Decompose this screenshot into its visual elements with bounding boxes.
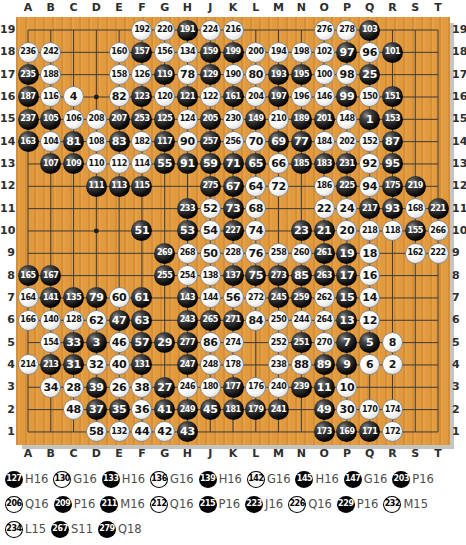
move-number: 99 bbox=[340, 91, 355, 102]
row-label: 9 bbox=[452, 246, 466, 260]
move-number: 239 bbox=[294, 383, 310, 391]
black-stone-T11: 221 bbox=[428, 198, 449, 219]
move-number: 56 bbox=[226, 292, 241, 303]
white-stone-Q9: 18 bbox=[359, 243, 380, 264]
white-stone-J8: 138 bbox=[200, 265, 221, 286]
move-number: 172 bbox=[385, 428, 401, 436]
caption-move: 229P16 bbox=[337, 496, 379, 513]
black-stone-C5: 33 bbox=[63, 332, 84, 353]
move-number: 267 bbox=[52, 525, 68, 533]
row-label: 12 bbox=[0, 179, 15, 193]
row-label: 18 bbox=[452, 45, 466, 59]
white-stone-icon: 234 bbox=[5, 521, 23, 538]
move-number: 146 bbox=[316, 93, 332, 101]
move-number: 103 bbox=[362, 26, 378, 34]
move-number: 160 bbox=[111, 48, 127, 56]
move-number: 107 bbox=[43, 160, 59, 168]
move-number: 111 bbox=[89, 182, 105, 190]
move-number: 148 bbox=[339, 115, 355, 123]
move-number: 224 bbox=[202, 26, 218, 34]
move-number: 241 bbox=[271, 406, 287, 414]
white-stone-H14: 90 bbox=[177, 131, 198, 152]
move-number: 246 bbox=[180, 383, 196, 391]
move-number: 275 bbox=[202, 182, 218, 190]
move-number: 88 bbox=[294, 359, 309, 370]
move-number: 188 bbox=[43, 71, 59, 79]
move-number: 133 bbox=[103, 475, 119, 483]
move-number: 227 bbox=[225, 227, 241, 235]
move-coordinate: H16 bbox=[219, 472, 242, 486]
column-label: B bbox=[42, 1, 60, 15]
move-number: 122 bbox=[202, 93, 218, 101]
white-stone-icon: 226 bbox=[288, 496, 306, 513]
black-stone-G3: 27 bbox=[154, 377, 175, 398]
black-stone-K6: 271 bbox=[223, 310, 244, 331]
column-label: R bbox=[383, 447, 401, 461]
move-number: 209 bbox=[55, 500, 71, 508]
column-label: N bbox=[292, 1, 310, 15]
black-stone-O15: 201 bbox=[314, 109, 335, 130]
white-stone-N6: 244 bbox=[291, 310, 312, 331]
caption-row: 206Q16209P16211M16212Q16215P16223J16226Q… bbox=[5, 492, 463, 516]
move-number: 71 bbox=[226, 158, 241, 169]
move-number: 81 bbox=[66, 136, 81, 147]
column-label: J bbox=[201, 447, 219, 461]
column-label: R bbox=[383, 1, 401, 15]
white-stone-O18: 102 bbox=[314, 42, 335, 63]
black-stone-J17: 129 bbox=[200, 64, 221, 85]
move-number: 66 bbox=[271, 158, 286, 169]
move-number: 189 bbox=[294, 115, 310, 123]
row-label: 15 bbox=[452, 112, 466, 126]
row-label: 14 bbox=[452, 135, 466, 149]
move-number: 97 bbox=[340, 47, 355, 58]
row-label: 7 bbox=[0, 291, 15, 305]
move-coordinate: G16 bbox=[364, 472, 388, 486]
column-label: T bbox=[429, 1, 447, 15]
move-coordinate: J16 bbox=[265, 497, 283, 511]
white-stone-C15: 106 bbox=[63, 109, 84, 130]
move-number: 92 bbox=[362, 158, 377, 169]
white-stone-C2: 48 bbox=[63, 399, 84, 420]
move-number: 12 bbox=[362, 315, 377, 326]
black-stone-A16: 187 bbox=[18, 86, 39, 107]
move-number: 17 bbox=[340, 270, 355, 281]
white-stone-H18: 134 bbox=[177, 42, 198, 63]
white-stone-O7: 262 bbox=[314, 287, 335, 308]
move-coordinate: P16 bbox=[412, 472, 434, 486]
black-stone-O3: 11 bbox=[314, 377, 335, 398]
move-number: 173 bbox=[316, 428, 332, 436]
move-number: 58 bbox=[89, 426, 104, 437]
move-number: 170 bbox=[362, 406, 378, 414]
move-number: 86 bbox=[203, 337, 218, 348]
black-stone-N8: 85 bbox=[291, 265, 312, 286]
column-label: E bbox=[110, 1, 128, 15]
move-number: 110 bbox=[89, 160, 105, 168]
row-label: 1 bbox=[0, 425, 15, 439]
row-label: 10 bbox=[0, 224, 15, 238]
move-number: 238 bbox=[271, 361, 287, 369]
move-number: 251 bbox=[294, 339, 310, 347]
move-number: 105 bbox=[43, 115, 59, 123]
move-number: 229 bbox=[338, 500, 354, 508]
move-number: 240 bbox=[271, 383, 287, 391]
move-number: 104 bbox=[43, 138, 59, 146]
black-stone-Q19: 103 bbox=[359, 20, 380, 41]
move-number: 78 bbox=[180, 69, 195, 80]
move-number: 265 bbox=[202, 316, 218, 324]
move-number: 31 bbox=[66, 359, 81, 370]
white-stone-A18: 236 bbox=[18, 42, 39, 63]
row-label: 8 bbox=[452, 269, 466, 283]
move-number: 232 bbox=[385, 500, 401, 508]
black-stone-icon: 139 bbox=[199, 471, 217, 488]
black-stone-G15: 125 bbox=[154, 109, 175, 130]
black-stone-O10: 21 bbox=[314, 220, 335, 241]
move-number: 206 bbox=[6, 500, 22, 508]
move-number: 141 bbox=[43, 294, 59, 302]
move-number: 153 bbox=[385, 115, 401, 123]
move-number: 277 bbox=[180, 339, 196, 347]
column-label: K bbox=[224, 1, 242, 15]
white-stone-Q18: 96 bbox=[359, 42, 380, 63]
move-number: 126 bbox=[134, 71, 150, 79]
black-stone-E12: 113 bbox=[109, 176, 130, 197]
black-stone-N17: 195 bbox=[291, 64, 312, 85]
move-number: 119 bbox=[157, 71, 173, 79]
move-number: 163 bbox=[20, 138, 36, 146]
move-number: 77 bbox=[294, 136, 309, 147]
move-number: 59 bbox=[203, 158, 218, 169]
white-stone-M18: 194 bbox=[268, 42, 289, 63]
move-coordinate: Q16 bbox=[308, 497, 332, 511]
row-label: 16 bbox=[452, 90, 466, 104]
white-stone-B3: 34 bbox=[40, 377, 61, 398]
black-stone-icon: 223 bbox=[245, 496, 263, 513]
caption-move: 145H16 bbox=[295, 471, 338, 488]
move-number: 274 bbox=[225, 339, 241, 347]
move-number: 83 bbox=[112, 136, 127, 147]
move-number: 76 bbox=[248, 248, 263, 259]
move-number: 215 bbox=[200, 500, 216, 508]
white-stone-J5: 86 bbox=[200, 332, 221, 353]
move-number: 230 bbox=[225, 115, 241, 123]
white-stone-L6: 84 bbox=[245, 310, 266, 331]
black-stone-R14: 87 bbox=[382, 131, 403, 152]
move-number: 94 bbox=[362, 181, 377, 192]
row-label: 4 bbox=[0, 358, 15, 372]
column-label: F bbox=[133, 1, 151, 15]
move-number: 223 bbox=[246, 500, 262, 508]
move-number: 34 bbox=[43, 382, 58, 393]
move-coordinate: M15 bbox=[403, 497, 428, 511]
move-number: 114 bbox=[134, 160, 150, 168]
move-number: 87 bbox=[385, 136, 400, 147]
white-stone-D6: 62 bbox=[86, 310, 107, 331]
white-stone-K5: 274 bbox=[223, 332, 244, 353]
black-stone-D3: 39 bbox=[86, 377, 107, 398]
move-number: 127 bbox=[6, 475, 22, 483]
move-number: 18 bbox=[362, 248, 377, 259]
move-number: 197 bbox=[271, 93, 287, 101]
move-coordinate: P16 bbox=[219, 497, 241, 511]
caption-move: 209P16 bbox=[54, 496, 96, 513]
move-number: 28 bbox=[66, 382, 81, 393]
white-stone-O6: 264 bbox=[314, 310, 335, 331]
move-number: 55 bbox=[157, 158, 172, 169]
move-number: 211 bbox=[102, 500, 118, 508]
white-stone-J9: 50 bbox=[200, 243, 221, 264]
white-stone-icon: 206 bbox=[5, 496, 23, 513]
white-stone-Q6: 12 bbox=[359, 310, 380, 331]
move-number: 268 bbox=[180, 249, 196, 257]
white-stone-A4: 214 bbox=[18, 354, 39, 375]
white-stone-O19: 276 bbox=[314, 20, 335, 41]
black-stone-H19: 191 bbox=[177, 20, 198, 41]
move-coordinate: Q18 bbox=[118, 522, 142, 536]
move-number: 139 bbox=[200, 475, 216, 483]
column-label: O bbox=[315, 1, 333, 15]
move-number: 249 bbox=[180, 406, 196, 414]
caption-move: 234L15 bbox=[5, 521, 46, 538]
move-number: 190 bbox=[225, 71, 241, 79]
black-stone-K16: 161 bbox=[223, 86, 244, 107]
white-stone-K9: 228 bbox=[223, 243, 244, 264]
move-number: 64 bbox=[248, 181, 263, 192]
move-number: 272 bbox=[248, 294, 264, 302]
move-number: 234 bbox=[6, 525, 22, 533]
move-number: 176 bbox=[248, 383, 264, 391]
black-stone-D2: 37 bbox=[86, 399, 107, 420]
move-number: 177 bbox=[225, 383, 241, 391]
white-stone-A6: 166 bbox=[18, 310, 39, 331]
row-label: 11 bbox=[452, 202, 466, 216]
move-number: 221 bbox=[430, 205, 446, 213]
white-stone-icon: 212 bbox=[150, 496, 168, 513]
caption-move: 139H16 bbox=[199, 471, 242, 488]
white-stone-E3: 26 bbox=[109, 377, 130, 398]
move-number: 101 bbox=[385, 48, 401, 56]
row-label: 2 bbox=[452, 403, 466, 417]
move-number: 216 bbox=[225, 26, 241, 34]
move-number: 95 bbox=[385, 158, 400, 169]
white-stone-K4: 178 bbox=[223, 354, 244, 375]
move-number: 80 bbox=[248, 69, 263, 80]
move-number: 90 bbox=[180, 136, 195, 147]
move-number: 260 bbox=[294, 249, 310, 257]
move-number: 98 bbox=[340, 69, 355, 80]
move-number: 82 bbox=[112, 91, 127, 102]
move-number: 48 bbox=[66, 404, 81, 415]
move-number: 108 bbox=[89, 138, 105, 146]
move-number: 263 bbox=[316, 272, 332, 280]
column-label: L bbox=[247, 447, 265, 461]
black-stone-O9: 261 bbox=[314, 243, 335, 264]
move-coordinate: Q16 bbox=[170, 497, 194, 511]
caption-move: 279Q18 bbox=[98, 521, 142, 538]
move-number: 162 bbox=[408, 249, 424, 257]
move-number: 39 bbox=[89, 382, 104, 393]
row-label: 9 bbox=[0, 246, 15, 260]
white-stone-A7: 164 bbox=[18, 287, 39, 308]
white-stone-G18: 156 bbox=[154, 42, 175, 63]
move-number: 217 bbox=[362, 205, 378, 213]
move-number: 6 bbox=[366, 359, 373, 370]
move-number: 183 bbox=[316, 160, 332, 168]
black-stone-J15: 205 bbox=[200, 109, 221, 130]
black-stone-G9: 269 bbox=[154, 243, 175, 264]
column-label: K bbox=[224, 447, 242, 461]
caption-row: 127H16130G16133H16136G16139H16142G16145H… bbox=[5, 467, 463, 491]
move-number: 131 bbox=[134, 361, 150, 369]
white-stone-M12: 72 bbox=[268, 176, 289, 197]
move-number: 196 bbox=[294, 93, 310, 101]
move-number: 202 bbox=[339, 138, 355, 146]
black-stone-E15: 207 bbox=[109, 109, 130, 130]
move-number: 226 bbox=[289, 500, 305, 508]
black-stone-E6: 47 bbox=[109, 310, 130, 331]
go-board[interactable]: 1922201912242162762781032362421601571561… bbox=[16, 17, 450, 445]
white-stone-M9: 258 bbox=[268, 243, 289, 264]
column-label: E bbox=[110, 447, 128, 461]
row-label: 16 bbox=[0, 90, 15, 104]
white-stone-E18: 160 bbox=[109, 42, 130, 63]
white-stone-H17: 78 bbox=[177, 64, 198, 85]
column-label: L bbox=[247, 1, 265, 15]
move-number: 36 bbox=[135, 404, 150, 415]
move-number: 3 bbox=[93, 337, 100, 348]
move-number: 276 bbox=[316, 26, 332, 34]
white-stone-O11: 22 bbox=[314, 198, 335, 219]
move-number: 53 bbox=[180, 225, 195, 236]
move-number: 262 bbox=[316, 294, 332, 302]
black-stone-Q15: 1 bbox=[359, 109, 380, 130]
black-stone-N14: 77 bbox=[291, 131, 312, 152]
black-stone-icon: 267 bbox=[51, 521, 69, 538]
row-label: 10 bbox=[452, 224, 466, 238]
black-stone-A8: 165 bbox=[18, 265, 39, 286]
black-stone-J14: 257 bbox=[200, 131, 221, 152]
move-coordinate: G16 bbox=[73, 472, 97, 486]
move-number: 5 bbox=[366, 337, 373, 348]
white-stone-P19: 278 bbox=[336, 20, 357, 41]
black-stone-O2: 49 bbox=[314, 399, 335, 420]
move-number: 115 bbox=[134, 182, 150, 190]
row-label: 3 bbox=[452, 380, 466, 394]
caption-move: 226Q16 bbox=[288, 496, 332, 513]
black-stone-icon: 209 bbox=[54, 496, 72, 513]
move-number: 156 bbox=[157, 48, 173, 56]
move-number: 231 bbox=[339, 160, 355, 168]
move-number: 106 bbox=[66, 115, 82, 123]
row-label: 11 bbox=[0, 202, 15, 216]
row-label: 13 bbox=[0, 157, 15, 171]
white-stone-K15: 230 bbox=[223, 109, 244, 130]
move-number: 150 bbox=[362, 93, 378, 101]
move-number: 26 bbox=[112, 382, 127, 393]
move-number: 279 bbox=[99, 525, 115, 533]
black-stone-H6: 243 bbox=[177, 310, 198, 331]
move-number: 25 bbox=[362, 69, 377, 80]
column-label: G bbox=[156, 447, 174, 461]
black-stone-A15: 237 bbox=[18, 109, 39, 130]
move-number: 21 bbox=[317, 225, 332, 236]
white-stone-E1: 132 bbox=[109, 421, 130, 442]
row-label: 2 bbox=[0, 403, 15, 417]
move-number: 109 bbox=[66, 160, 82, 168]
move-number: 16 bbox=[362, 270, 377, 281]
white-stone-B18: 242 bbox=[40, 42, 61, 63]
caption-move: 136G16 bbox=[150, 471, 194, 488]
move-number: 14 bbox=[362, 292, 377, 303]
white-stone-E13: 112 bbox=[109, 153, 130, 174]
move-number: 74 bbox=[248, 225, 263, 236]
caption-move: 215P16 bbox=[199, 496, 241, 513]
move-number: 157 bbox=[134, 48, 150, 56]
white-stone-E16: 82 bbox=[109, 86, 130, 107]
white-stone-C6: 128 bbox=[63, 310, 84, 331]
move-number: 79 bbox=[89, 292, 104, 303]
column-label: D bbox=[87, 1, 105, 15]
black-stone-K12: 67 bbox=[223, 176, 244, 197]
move-number: 75 bbox=[248, 270, 263, 281]
white-stone-Q12: 94 bbox=[359, 176, 380, 197]
caption-move: 267S11 bbox=[51, 521, 93, 538]
move-number: 54 bbox=[203, 225, 218, 236]
move-number: 179 bbox=[248, 406, 264, 414]
black-stone-R18: 101 bbox=[382, 42, 403, 63]
move-number: 8 bbox=[389, 337, 396, 348]
move-number: 22 bbox=[317, 203, 332, 214]
row-label: 6 bbox=[452, 313, 466, 327]
move-number: 220 bbox=[157, 26, 173, 34]
move-number: 137 bbox=[225, 272, 241, 280]
black-stone-N3: 239 bbox=[291, 377, 312, 398]
move-number: 242 bbox=[43, 48, 59, 56]
move-number: 225 bbox=[339, 182, 355, 190]
move-number: 120 bbox=[157, 93, 173, 101]
black-stone-O1: 173 bbox=[314, 421, 335, 442]
column-label: C bbox=[65, 447, 83, 461]
move-number: 159 bbox=[202, 48, 218, 56]
move-coordinate: S11 bbox=[71, 522, 93, 536]
white-stone-E17: 158 bbox=[109, 64, 130, 85]
star-point bbox=[94, 95, 99, 100]
move-coordinate: P16 bbox=[357, 497, 379, 511]
repeated-point-moves-caption: 127H16130G16133H16136G16139H16142G16145H… bbox=[5, 467, 463, 542]
move-coordinate: M16 bbox=[120, 497, 145, 511]
move-number: 10 bbox=[340, 382, 355, 393]
black-stone-K11: 73 bbox=[223, 198, 244, 219]
row-label: 19 bbox=[0, 23, 15, 37]
move-number: 182 bbox=[134, 138, 150, 146]
move-coordinate: G16 bbox=[170, 472, 194, 486]
move-number: 62 bbox=[89, 315, 104, 326]
move-number: 203 bbox=[394, 475, 410, 483]
move-coordinate: L15 bbox=[25, 522, 46, 536]
move-number: 30 bbox=[340, 404, 355, 415]
row-label: 8 bbox=[0, 269, 15, 283]
white-stone-L3: 176 bbox=[245, 377, 266, 398]
column-label: S bbox=[406, 447, 424, 461]
move-number: 134 bbox=[180, 48, 196, 56]
white-stone-D14: 108 bbox=[86, 131, 107, 152]
move-number: 151 bbox=[385, 93, 401, 101]
move-number: 73 bbox=[226, 203, 241, 214]
move-number: 11 bbox=[317, 382, 332, 393]
move-number: 164 bbox=[20, 294, 36, 302]
